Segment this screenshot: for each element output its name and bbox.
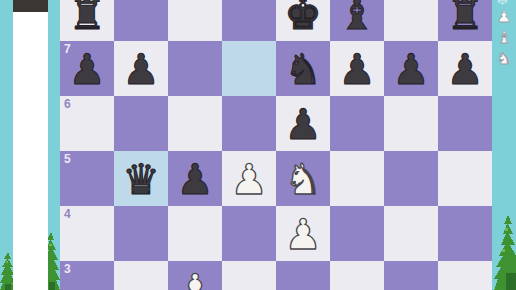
captured-white-bishop-icon: ♝ — [497, 30, 511, 46]
square-a8[interactable]: 8♜ — [60, 0, 114, 41]
square-g4[interactable] — [384, 206, 438, 261]
square-g7[interactable]: ♟ — [384, 41, 438, 96]
square-c6[interactable] — [168, 96, 222, 151]
black-pawn-piece[interactable]: ♟ — [176, 159, 214, 201]
square-c3[interactable]: ♟ — [168, 261, 222, 290]
square-f3[interactable] — [330, 261, 384, 290]
square-b4[interactable] — [114, 206, 168, 261]
square-d6[interactable] — [222, 96, 276, 151]
square-b3[interactable] — [114, 261, 168, 290]
square-h6[interactable] — [438, 96, 492, 151]
black-pawn-piece[interactable]: ♟ — [392, 49, 430, 91]
app-screenshot: 8♜♚♝♜7♟♟♞♟♟♟6♟5♛♟♟♞4♟3♟ ❄ ♟♝♞ — [0, 0, 516, 290]
square-d8[interactable] — [222, 0, 276, 41]
square-f4[interactable] — [330, 206, 384, 261]
square-h4[interactable] — [438, 206, 492, 261]
square-g8[interactable] — [384, 0, 438, 41]
tree-decoration-right — [494, 215, 516, 290]
square-h7[interactable]: ♟ — [438, 41, 492, 96]
white-pawn-piece[interactable]: ♟ — [176, 269, 214, 290]
square-e5[interactable]: ♞ — [276, 151, 330, 206]
left-page-strip — [13, 0, 48, 290]
black-pawn-piece[interactable]: ♟ — [446, 49, 484, 91]
black-knight-piece[interactable]: ♞ — [284, 49, 322, 91]
square-h3[interactable] — [438, 261, 492, 290]
rank-label-6: 6 — [64, 98, 71, 110]
square-f7[interactable]: ♟ — [330, 41, 384, 96]
square-a6[interactable]: 6 — [60, 96, 114, 151]
square-d4[interactable] — [222, 206, 276, 261]
chess-board[interactable]: 8♜♚♝♜7♟♟♞♟♟♟6♟5♛♟♟♞4♟3♟ — [60, 0, 492, 290]
square-f6[interactable] — [330, 96, 384, 151]
square-h5[interactable] — [438, 151, 492, 206]
square-e8[interactable]: ♚ — [276, 0, 330, 41]
rank-label-3: 3 — [64, 263, 71, 275]
square-a7[interactable]: 7♟ — [60, 41, 114, 96]
square-b7[interactable]: ♟ — [114, 41, 168, 96]
white-knight-piece[interactable]: ♞ — [284, 159, 322, 201]
square-f8[interactable]: ♝ — [330, 0, 384, 41]
rank-label-4: 4 — [64, 208, 71, 220]
square-c4[interactable] — [168, 206, 222, 261]
square-e7[interactable]: ♞ — [276, 41, 330, 96]
square-b5[interactable]: ♛ — [114, 151, 168, 206]
black-pawn-piece[interactable]: ♟ — [122, 49, 160, 91]
square-e6[interactable]: ♟ — [276, 96, 330, 151]
captured-pieces-tray: ♟♝♞ — [492, 9, 516, 67]
square-a4[interactable]: 4 — [60, 206, 114, 261]
black-king-piece[interactable]: ♚ — [284, 0, 322, 36]
square-e3[interactable] — [276, 261, 330, 290]
white-pawn-piece[interactable]: ♟ — [230, 159, 268, 201]
black-bishop-piece[interactable]: ♝ — [338, 0, 376, 36]
black-queen-piece[interactable]: ♛ — [122, 159, 160, 201]
square-a3[interactable]: 3 — [60, 261, 114, 290]
square-d7[interactable] — [222, 41, 276, 96]
square-c7[interactable] — [168, 41, 222, 96]
square-b8[interactable] — [114, 0, 168, 41]
captured-white-knight-icon: ♞ — [497, 51, 511, 67]
white-pawn-piece[interactable]: ♟ — [284, 214, 322, 256]
square-c5[interactable]: ♟ — [168, 151, 222, 206]
top-dark-bar — [13, 0, 48, 12]
square-d3[interactable] — [222, 261, 276, 290]
black-rook-piece[interactable]: ♜ — [446, 0, 484, 36]
captured-white-pawn-icon: ♟ — [497, 9, 511, 25]
black-rook-piece[interactable]: ♜ — [68, 0, 106, 36]
square-e4[interactable]: ♟ — [276, 206, 330, 261]
square-f5[interactable] — [330, 151, 384, 206]
square-a5[interactable]: 5 — [60, 151, 114, 206]
square-g3[interactable] — [384, 261, 438, 290]
square-h8[interactable]: ♜ — [438, 0, 492, 41]
square-d5[interactable]: ♟ — [222, 151, 276, 206]
square-b6[interactable] — [114, 96, 168, 151]
black-pawn-piece[interactable]: ♟ — [68, 49, 106, 91]
square-c8[interactable] — [168, 0, 222, 41]
square-g5[interactable] — [384, 151, 438, 206]
black-pawn-piece[interactable]: ♟ — [284, 104, 322, 146]
black-pawn-piece[interactable]: ♟ — [338, 49, 376, 91]
rank-label-5: 5 — [64, 153, 71, 165]
square-g6[interactable] — [384, 96, 438, 151]
